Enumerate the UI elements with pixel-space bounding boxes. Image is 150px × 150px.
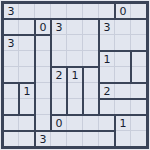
board-cell-r5c9[interactable] [131,67,147,83]
board-cell-r8c4[interactable] [51,115,67,131]
board-cell-r2c1[interactable] [3,19,19,35]
board-cell-r5c6[interactable] [83,67,99,83]
board-cell-r5c3[interactable] [35,67,51,83]
board-cell-r6c9[interactable] [131,83,147,99]
board-cell-r2c5[interactable] [67,19,83,35]
board-cell-r3c2[interactable] [19,35,35,51]
heyawake-puzzle: 30033312112013 [0,0,150,150]
board-cell-r8c2[interactable] [19,115,35,131]
board-cell-r1c1[interactable] [3,3,19,19]
board-cell-r9c1[interactable] [3,131,19,147]
board-cell-r8c9[interactable] [131,115,147,131]
board-cell-r5c7[interactable] [99,67,115,83]
board-cell-r6c4[interactable] [51,83,67,99]
board-cell-r8c8[interactable] [115,115,131,131]
board-cell-r4c2[interactable] [19,51,35,67]
board-cell-r6c1[interactable] [3,83,19,99]
board-cell-r5c1[interactable] [3,67,19,83]
board-cell-r2c2[interactable] [19,19,35,35]
board-cell-r7c7[interactable] [99,99,115,115]
board-cell-r2c9[interactable] [131,19,147,35]
board-cell-r3c8[interactable] [115,35,131,51]
cell-grid [3,3,147,147]
board-cell-r4c7[interactable] [99,51,115,67]
board-cell-r1c5[interactable] [67,3,83,19]
board-cell-r7c2[interactable] [19,99,35,115]
board-cell-r2c7[interactable] [99,19,115,35]
board-cell-r3c4[interactable] [51,35,67,51]
board-cell-r4c9[interactable] [131,51,147,67]
board-cell-r4c6[interactable] [83,51,99,67]
board-cell-r7c9[interactable] [131,99,147,115]
board-cell-r7c8[interactable] [115,99,131,115]
board-cell-r3c3[interactable] [35,35,51,51]
board-cell-r6c5[interactable] [67,83,83,99]
board-cell-r9c8[interactable] [115,131,131,147]
board-cell-r1c4[interactable] [51,3,67,19]
board-cell-r8c3[interactable] [35,115,51,131]
board-cell-r8c5[interactable] [67,115,83,131]
board-cell-r1c7[interactable] [99,3,115,19]
board-cell-r4c4[interactable] [51,51,67,67]
board-cell-r1c6[interactable] [83,3,99,19]
board-cell-r9c9[interactable] [131,131,147,147]
board-cell-r9c4[interactable] [51,131,67,147]
board-cell-r2c8[interactable] [115,19,131,35]
board-cell-r2c6[interactable] [83,19,99,35]
board-cell-r7c3[interactable] [35,99,51,115]
board-cell-r5c4[interactable] [51,67,67,83]
board-cell-r3c6[interactable] [83,35,99,51]
board-cell-r8c1[interactable] [3,115,19,131]
board-cell-r6c6[interactable] [83,83,99,99]
board-cell-r3c1[interactable] [3,35,19,51]
board-cell-r9c6[interactable] [83,131,99,147]
board-cell-r3c7[interactable] [99,35,115,51]
board-cell-r7c5[interactable] [67,99,83,115]
board-cell-r5c5[interactable] [67,67,83,83]
board-cell-r9c2[interactable] [19,131,35,147]
board-cell-r1c9[interactable] [131,3,147,19]
board-cell-r4c8[interactable] [115,51,131,67]
board-cell-r7c6[interactable] [83,99,99,115]
board-cell-r2c4[interactable] [51,19,67,35]
board-cell-r7c4[interactable] [51,99,67,115]
board-cell-r6c7[interactable] [99,83,115,99]
board-cell-r1c2[interactable] [19,3,35,19]
board-cell-r9c7[interactable] [99,131,115,147]
board-cell-r4c1[interactable] [3,51,19,67]
board-cell-r3c5[interactable] [67,35,83,51]
board-cell-r8c6[interactable] [83,115,99,131]
board-cell-r6c2[interactable] [19,83,35,99]
board-cell-r1c8[interactable] [115,3,131,19]
board-cell-r9c3[interactable] [35,131,51,147]
board-cell-r5c2[interactable] [19,67,35,83]
board-cell-r4c5[interactable] [67,51,83,67]
board-cell-r8c7[interactable] [99,115,115,131]
board-cell-r4c3[interactable] [35,51,51,67]
board-cell-r3c9[interactable] [131,35,147,51]
heyawake-board: 30033312112013 [1,1,149,149]
board-cell-r7c1[interactable] [3,99,19,115]
board-cell-r2c3[interactable] [35,19,51,35]
board-cell-r6c8[interactable] [115,83,131,99]
board-cell-r6c3[interactable] [35,83,51,99]
board-cell-r9c5[interactable] [67,131,83,147]
board-cell-r5c8[interactable] [115,67,131,83]
board-cell-r1c3[interactable] [35,3,51,19]
